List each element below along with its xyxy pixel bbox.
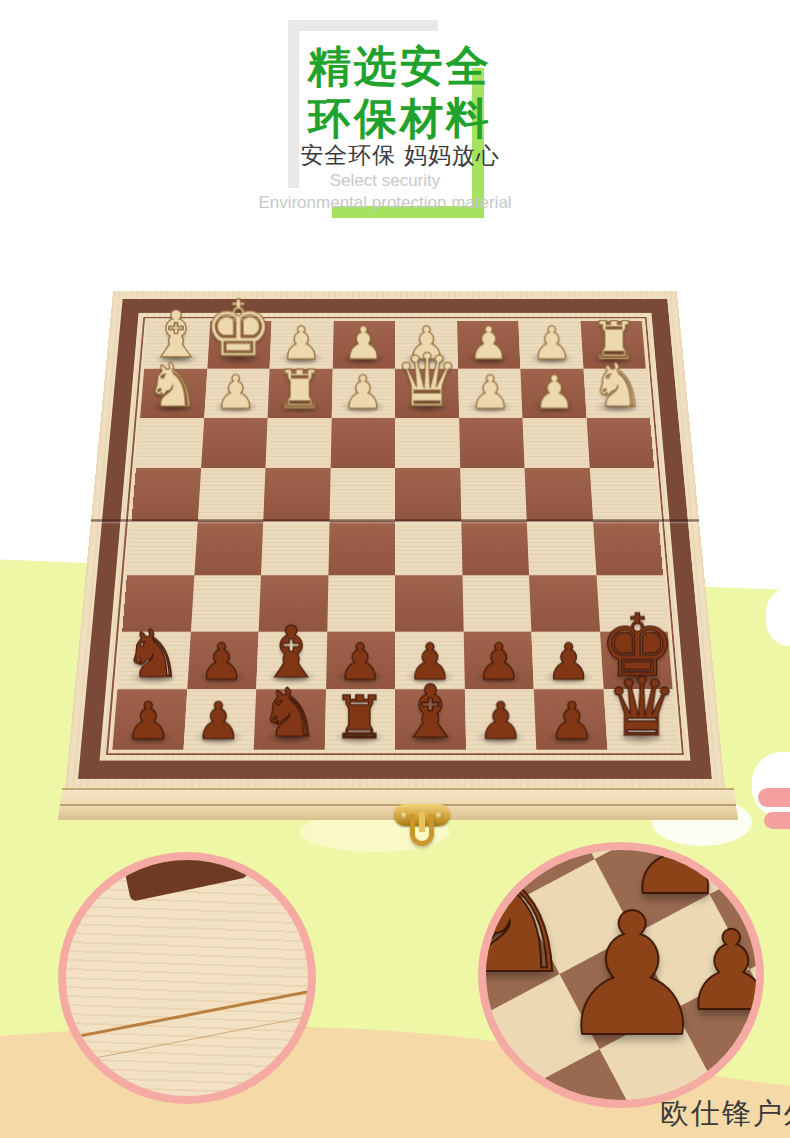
square-e4 (395, 521, 462, 575)
square-c5 (263, 468, 330, 520)
square-b5 (197, 468, 265, 520)
dark-pawn-piece: ♟ (476, 638, 521, 686)
square-f3 (462, 575, 531, 631)
square-h6 (586, 418, 654, 469)
square-c6 (265, 418, 331, 469)
square-h4 (593, 521, 663, 575)
square-a7: ♞ (140, 369, 207, 418)
square-f5 (460, 468, 527, 520)
square-d1: ♜ (324, 689, 395, 749)
dark-rook-piece: ♜ (333, 690, 386, 746)
wood-detail-seam (58, 979, 316, 1043)
square-h5 (589, 468, 658, 520)
dark-bishop-piece: ♝ (398, 677, 463, 746)
light-pawn-piece: ♟ (215, 371, 257, 415)
square-g7: ♟ (520, 369, 586, 418)
clasp-tongue (419, 812, 425, 832)
light-queen-piece: ♛ (394, 345, 459, 414)
square-f7: ♟ (458, 369, 523, 418)
dark-pawn-piece: ♟ (548, 697, 594, 746)
square-b7: ♟ (204, 369, 270, 418)
square-f6 (459, 418, 525, 469)
pawn-icon: ♟ (682, 916, 764, 1026)
pink-edge-tab (758, 788, 790, 807)
light-king-piece: ♚ (204, 293, 273, 366)
square-a4 (127, 521, 197, 575)
title-line1: 精选安全 (270, 38, 530, 96)
square-d5 (329, 468, 395, 520)
header-block: 精选安全 环保材料 安全环保 妈妈放心 Select security Envi… (270, 12, 530, 227)
dark-knight-piece: ♞ (259, 682, 319, 746)
square-d8: ♟ (332, 321, 395, 369)
square-e1: ♝ (395, 689, 466, 749)
square-f8: ♟ (457, 321, 521, 369)
square-d6 (330, 418, 395, 469)
square-g8: ♟ (518, 321, 583, 369)
square-d4 (328, 521, 395, 575)
square-e5 (395, 468, 461, 520)
board-squares: ♝♚♟♟♟♟♟♜♞♟♜♟♛♟♟♞♞♟♝♟♟♟♟♚♟♟♞♜♝♟♟♛ (112, 321, 677, 750)
pink-edge-tab (764, 812, 790, 829)
square-c1: ♞ (254, 689, 326, 749)
chessboard: ♝♚♟♟♟♟♟♜♞♟♜♟♛♟♟♞♞♟♝♟♟♟♟♚♟♟♞♜♝♟♟♛ (65, 291, 725, 790)
dark-pawn-piece: ♟ (125, 697, 171, 746)
square-c7: ♜ (268, 369, 333, 418)
dark-knight-piece: ♞ (123, 623, 182, 686)
square-a5 (131, 468, 200, 520)
light-pawn-piece: ♟ (343, 322, 384, 365)
dark-pawn-piece: ♟ (338, 638, 383, 686)
square-a2: ♞ (117, 631, 190, 689)
light-pawn-piece: ♟ (533, 371, 575, 415)
light-pawn-piece: ♟ (469, 322, 510, 365)
light-rook-piece: ♜ (276, 364, 324, 415)
product-banner: 精选安全 环保材料 安全环保 妈妈放心 Select security Envi… (0, 0, 790, 1138)
square-d2: ♟ (326, 631, 395, 689)
hinge-fold-line (91, 519, 699, 521)
square-d3 (327, 575, 395, 631)
light-knight-piece: ♞ (145, 357, 199, 415)
dark-pawn-piece: ♟ (478, 697, 524, 746)
square-b3 (190, 575, 261, 631)
square-b2: ♟ (187, 631, 259, 689)
clasp-screw (436, 812, 443, 819)
square-e6 (395, 418, 460, 469)
dark-pawn-piece: ♟ (546, 638, 591, 686)
square-g2: ♟ (531, 631, 603, 689)
clasp-screw (401, 812, 408, 819)
square-b6 (201, 418, 268, 469)
light-pawn-piece: ♟ (342, 371, 384, 415)
light-pawn-piece: ♟ (470, 371, 512, 415)
square-b8: ♚ (207, 321, 272, 369)
dark-queen-piece: ♛ (606, 669, 679, 746)
light-pawn-piece: ♟ (531, 322, 572, 365)
light-knight-piece: ♞ (591, 357, 645, 415)
chessboard-scene: ♝♚♟♟♟♟♟♜♞♟♜♟♛♟♟♞♞♟♝♟♟♟♟♚♟♟♞♜♝♟♟♛ (55, 272, 735, 790)
subtitle-cn: 安全环保 妈妈放心 (270, 140, 530, 171)
square-g4 (527, 521, 596, 575)
pieces-detail-circle: ♞ ♟ ♟ ♟ (478, 842, 764, 1108)
square-a6 (136, 418, 204, 469)
clasp-hasp (410, 814, 434, 846)
brand-text: 欧仕锋户外 (660, 1094, 790, 1134)
square-d7: ♟ (331, 369, 395, 418)
subtitle-en-line2: Environmental protection material (195, 192, 575, 214)
dark-pawn-piece: ♟ (196, 697, 242, 746)
square-b4 (194, 521, 263, 575)
square-f2: ♟ (463, 631, 534, 689)
square-h7: ♞ (583, 369, 650, 418)
wood-detail-circle (58, 852, 316, 1104)
dark-pawn-piece: ♟ (199, 638, 244, 686)
square-g5 (525, 468, 593, 520)
subtitle-en: Select security Environmental protection… (195, 170, 575, 214)
square-e3 (395, 575, 463, 631)
square-g3 (529, 575, 600, 631)
square-c4 (261, 521, 329, 575)
square-e7: ♛ (395, 369, 459, 418)
square-g6 (522, 418, 589, 469)
square-h1: ♛ (603, 689, 677, 749)
subtitle-en-line1: Select security (195, 170, 575, 192)
square-f4 (461, 521, 529, 575)
